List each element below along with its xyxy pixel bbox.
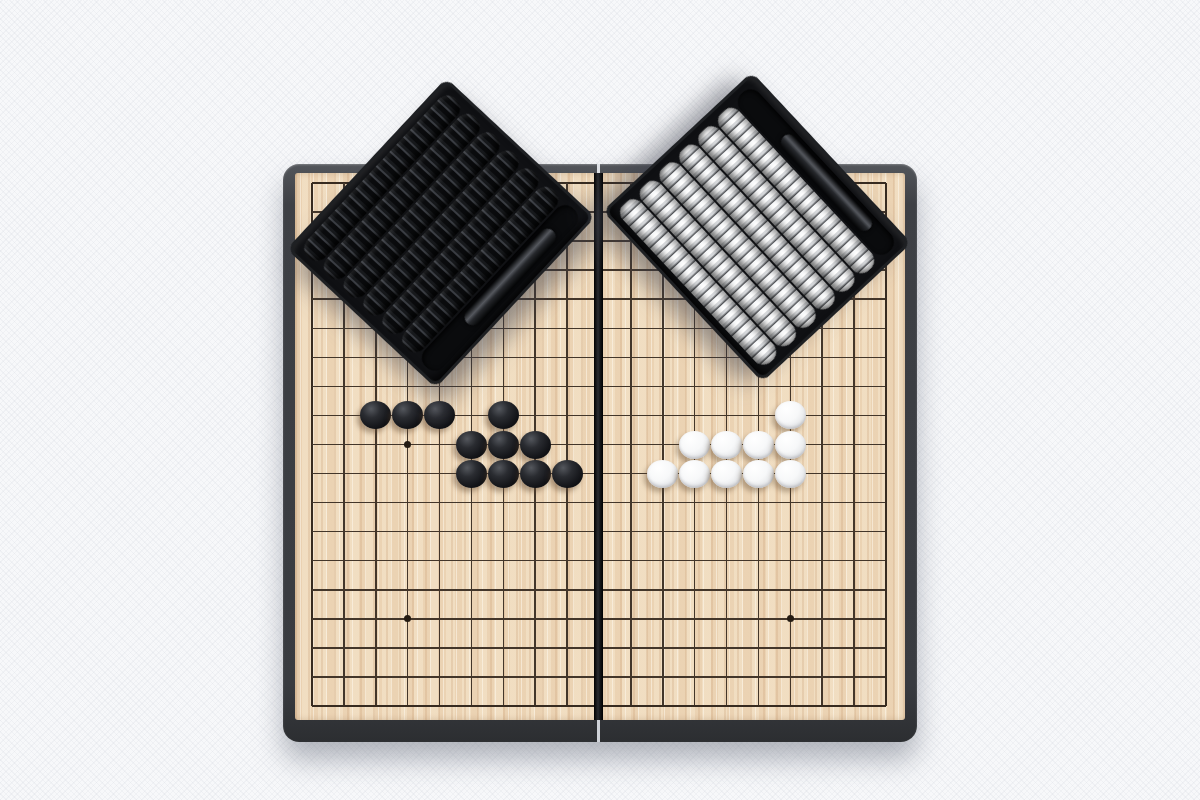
black-stone[interactable]	[456, 460, 487, 488]
white-stone[interactable]	[711, 431, 742, 459]
black-stone[interactable]	[520, 431, 551, 459]
black-stone[interactable]	[520, 460, 551, 488]
black-stone[interactable]	[552, 460, 583, 488]
star-point	[404, 615, 411, 622]
grid-line-vertical	[630, 183, 632, 706]
black-stone[interactable]	[488, 460, 519, 488]
star-point	[404, 441, 411, 448]
white-stone[interactable]	[743, 460, 774, 488]
white-stone[interactable]	[647, 460, 678, 488]
white-stone[interactable]	[679, 460, 710, 488]
white-stone[interactable]	[711, 460, 742, 488]
star-point	[787, 615, 794, 622]
white-stone[interactable]	[775, 401, 806, 429]
board-hinge-column	[594, 173, 603, 720]
black-stone[interactable]	[488, 401, 519, 429]
scene	[0, 0, 1200, 800]
black-stone[interactable]	[456, 431, 487, 459]
white-stone[interactable]	[679, 431, 710, 459]
black-stone[interactable]	[392, 401, 423, 429]
white-stone[interactable]	[775, 431, 806, 459]
black-stone[interactable]	[424, 401, 455, 429]
white-stone[interactable]	[775, 460, 806, 488]
black-stone[interactable]	[360, 401, 391, 429]
white-stone[interactable]	[743, 431, 774, 459]
board-fold-seam-bottom	[597, 719, 600, 742]
black-stone[interactable]	[488, 431, 519, 459]
